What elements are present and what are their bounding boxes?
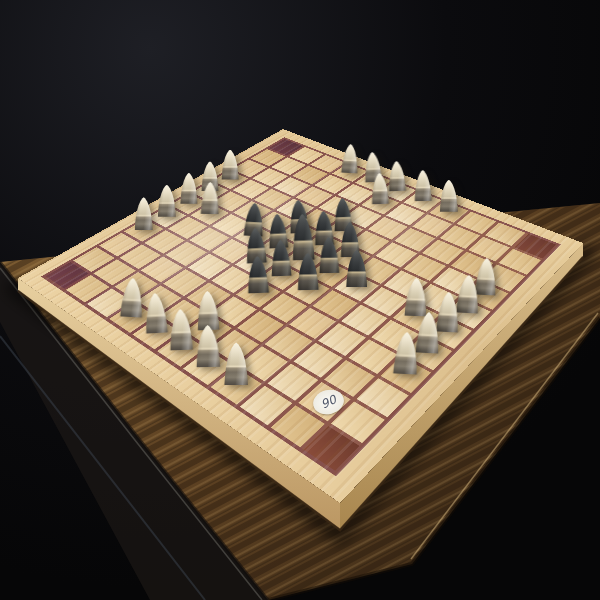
price-text: 90 — [319, 392, 339, 411]
scene: 90 — [0, 0, 600, 600]
